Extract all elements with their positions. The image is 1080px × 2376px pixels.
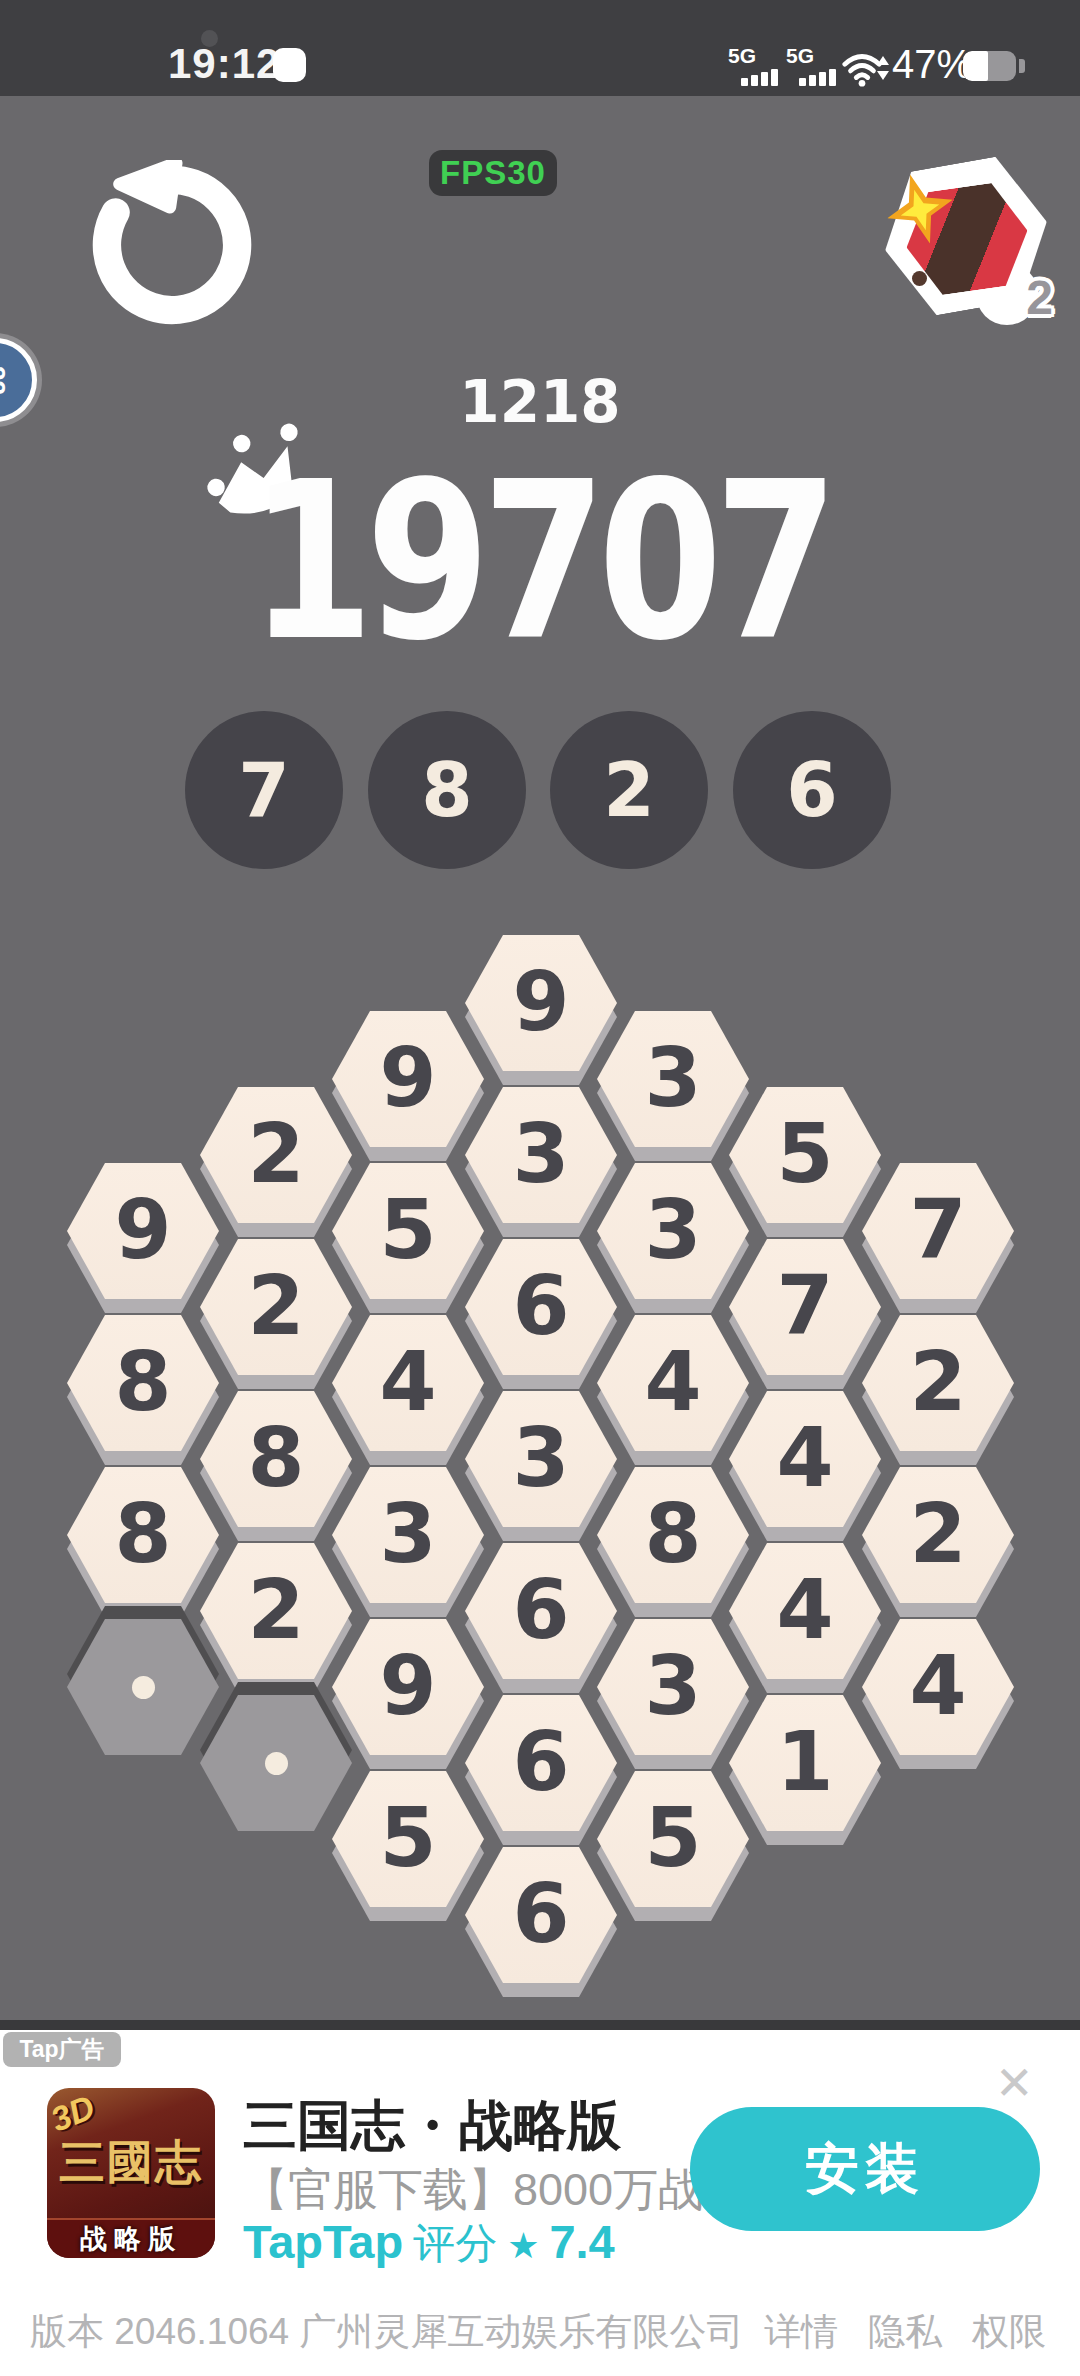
main-score: 19707 <box>97 452 983 672</box>
game-screen: 19:12 5G 5G 47% FPS30 <box>0 0 1080 2376</box>
hex-tile[interactable]: 5 <box>597 1771 749 1907</box>
tile-number: 7 <box>776 1258 833 1353</box>
hex-tile[interactable]: 6 <box>465 1543 617 1679</box>
tile-number: 4 <box>909 1638 966 1733</box>
tile-number: 3 <box>379 1486 436 1581</box>
hex-tile[interactable]: 9 <box>332 1619 484 1755</box>
hex-tile[interactable]: 2 <box>200 1239 352 1375</box>
tile-number: 4 <box>776 1562 833 1657</box>
battery-nub <box>1019 59 1025 73</box>
hex-tile[interactable]: 2 <box>862 1315 1014 1451</box>
tile-number: 3 <box>644 1638 701 1733</box>
ad-version-company: 版本 2046.1064 广州灵犀互动娱乐有限公司 <box>30 2307 743 2357</box>
ad-close-button[interactable]: ✕ <box>995 2060 1034 2106</box>
tile-number: 1 <box>776 1714 833 1809</box>
tile-number: 3 <box>644 1030 701 1125</box>
hex-tile[interactable]: 8 <box>597 1467 749 1603</box>
ad-footer-link[interactable]: 详情 <box>764 2307 838 2357</box>
queue-tile[interactable]: 7 <box>185 711 343 869</box>
hex-tile[interactable]: 7 <box>862 1163 1014 1299</box>
hex-tile[interactable]: 8 <box>67 1315 219 1451</box>
tile-number: 9 <box>512 954 569 1049</box>
tile-number: 9 <box>379 1638 436 1733</box>
tile-number: 4 <box>644 1334 701 1429</box>
tile-number: 5 <box>644 1790 701 1885</box>
rating-score: 7.4 <box>549 2214 614 2269</box>
hex-tile[interactable]: 3 <box>597 1619 749 1755</box>
tile-number: 2 <box>247 1258 304 1353</box>
queue-tile-number: 8 <box>421 747 473 833</box>
star-rating-icon: ★ <box>507 2225 539 2267</box>
tile-number: 8 <box>114 1486 171 1581</box>
ad-footer-links: 详情隐私权限 <box>764 2307 1046 2357</box>
network-type-label: 5G <box>728 44 756 68</box>
fps-label: FPS30 <box>440 154 546 192</box>
hex-tile[interactable]: 5 <box>332 1771 484 1907</box>
hex-tile[interactable]: 3 <box>465 1087 617 1223</box>
icon-title-text: 三國志 <box>47 2132 215 2194</box>
tile-number: 9 <box>379 1030 436 1125</box>
battery-percent-label: 47% <box>892 42 972 87</box>
hex-tile[interactable]: 6 <box>465 1695 617 1831</box>
tile-number: 8 <box>247 1410 304 1505</box>
queue-tile[interactable]: 2 <box>550 711 708 869</box>
restart-button[interactable] <box>88 160 256 330</box>
signal-icon-2: 5G <box>786 44 836 86</box>
tile-number: 2 <box>247 1562 304 1657</box>
ad-footer: 版本 2046.1064 广州灵犀互动娱乐有限公司 详情隐私权限 <box>0 2307 1080 2351</box>
hex-tile[interactable]: 4 <box>729 1391 881 1527</box>
hex-tile[interactable]: 4 <box>862 1619 1014 1755</box>
hex-tile[interactable]: 4 <box>729 1543 881 1679</box>
ad-footer-link[interactable]: 权限 <box>972 2307 1046 2357</box>
hex-tile[interactable]: 2 <box>200 1543 352 1679</box>
empty-cell-dot <box>265 1752 288 1775</box>
booster-badge-button[interactable]: 2 <box>880 155 1055 327</box>
hex-tile[interactable]: 3 <box>332 1467 484 1603</box>
tile-number: 7 <box>909 1182 966 1277</box>
hex-tile[interactable]: 6 <box>465 1239 617 1375</box>
hex-tile[interactable]: 8 <box>67 1467 219 1603</box>
hex-tile[interactable]: 9 <box>332 1011 484 1147</box>
hex-tile[interactable]: 3 <box>597 1163 749 1299</box>
signal-icon-1: 5G <box>728 44 778 86</box>
camera-punch-hole <box>201 30 218 47</box>
ad-banner: Tap广告 ✕ 3D 三國志 战略版 三国志・战略版 【官服下载】8000万战·… <box>0 2030 1080 2376</box>
network-type-label: 5G <box>786 44 814 68</box>
tile-number: 9 <box>114 1182 171 1277</box>
tile-number: 6 <box>512 1866 569 1961</box>
hex-tile[interactable]: 2 <box>862 1467 1014 1603</box>
tile-number: 5 <box>379 1790 436 1885</box>
hex-empty-cell[interactable] <box>200 1695 352 1831</box>
install-button[interactable]: 安装 <box>690 2107 1040 2231</box>
ad-app-subtitle: 【官服下载】8000万战··· <box>243 2160 748 2220</box>
ad-footer-link[interactable]: 隐私 <box>868 2307 942 2357</box>
hex-tile[interactable]: 9 <box>67 1163 219 1299</box>
tile-number: 6 <box>512 1258 569 1353</box>
icon-banner-text: 战略版 <box>80 2221 182 2257</box>
ad-tag-label: Tap广告 <box>3 2032 121 2067</box>
queue-tile-number: 2 <box>603 747 655 833</box>
battery-icon <box>963 51 1016 81</box>
hex-tile[interactable]: 3 <box>465 1391 617 1527</box>
tile-number: 6 <box>512 1562 569 1657</box>
ad-app-icon[interactable]: 3D 三國志 战略版 <box>47 2088 215 2258</box>
tile-number: 2 <box>909 1486 966 1581</box>
tile-number: 2 <box>247 1106 304 1201</box>
recording-indicator-icon <box>273 48 306 82</box>
hex-tile[interactable]: 6 <box>465 1847 617 1983</box>
ad-app-title[interactable]: 三国志・战略版 <box>243 2090 621 2163</box>
queue-tile[interactable]: 8 <box>368 711 526 869</box>
hex-tile[interactable]: 9 <box>465 935 617 1071</box>
hex-tile[interactable]: 7 <box>729 1239 881 1375</box>
queue-tile-number: 6 <box>786 747 838 833</box>
tile-number: 2 <box>909 1334 966 1429</box>
empty-cell-dot <box>132 1676 155 1699</box>
hex-tile[interactable]: 8 <box>200 1391 352 1527</box>
ad-rating-row: TapTap 评分 ★ 7.4 <box>243 2214 615 2272</box>
tile-number: 3 <box>512 1106 569 1201</box>
hex-tile[interactable]: 4 <box>597 1315 749 1451</box>
hex-tile[interactable]: 4 <box>332 1315 484 1451</box>
hex-tile[interactable]: 1 <box>729 1695 881 1831</box>
tile-number: 3 <box>644 1182 701 1277</box>
tile-number: 3 <box>512 1410 569 1505</box>
hex-tile[interactable]: 5 <box>729 1087 881 1223</box>
data-transfer-arrows-icon <box>877 56 889 86</box>
status-bar: 19:12 5G 5G 47% <box>0 0 1080 96</box>
tile-number: 8 <box>114 1334 171 1429</box>
tile-number: 4 <box>776 1410 833 1505</box>
ad-divider <box>0 2020 1080 2030</box>
hex-empty-cell[interactable] <box>67 1619 219 1755</box>
rating-label: 评分 <box>413 2216 497 2272</box>
tile-number: 6 <box>512 1714 569 1809</box>
taptap-logo: TapTap <box>243 2214 403 2269</box>
tile-number: 8 <box>644 1486 701 1581</box>
hex-tile[interactable]: 2 <box>200 1087 352 1223</box>
clock: 19:12 <box>168 40 280 88</box>
booster-count-badge: 2 <box>1026 270 1053 325</box>
hex-tile[interactable]: 5 <box>332 1163 484 1299</box>
fps-indicator: FPS30 <box>429 150 557 196</box>
secondary-score: 1218 <box>0 368 1080 436</box>
queue-tile-number: 7 <box>238 747 290 833</box>
tile-number: 5 <box>776 1106 833 1201</box>
tile-number: 4 <box>379 1334 436 1429</box>
hex-tile[interactable]: 3 <box>597 1011 749 1147</box>
tile-number: 5 <box>379 1182 436 1277</box>
queue-tile[interactable]: 6 <box>733 711 891 869</box>
